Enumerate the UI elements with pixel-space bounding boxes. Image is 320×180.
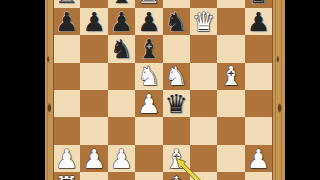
square-d3[interactable] [135,117,162,144]
white-bishop: ♝ [165,146,188,172]
square-a5[interactable] [53,63,80,90]
white-queen: ♛ [192,9,215,35]
square-e1[interactable]: ♚ [163,172,190,180]
square-e6[interactable] [163,35,190,62]
square-g7[interactable] [217,8,244,35]
square-a3[interactable] [53,117,80,144]
square-f2[interactable] [190,145,217,172]
square-b4[interactable] [80,90,107,117]
square-a7[interactable]: ♟ [53,8,80,35]
square-e5[interactable]: ♞ [163,63,190,90]
square-c3[interactable] [108,117,135,144]
square-c7[interactable]: ♟ [108,8,135,35]
chess-app-viewport: ♜♝♜♚♟♟♟♟♞♛♟♞♝♞♞♝♟♛♟♟♟♝♟♜♚ [0,0,320,180]
square-d4[interactable]: ♟ [135,90,162,117]
square-h3[interactable] [245,117,272,144]
square-f7[interactable]: ♛ [190,8,217,35]
black-knight: ♞ [110,36,133,62]
board-frame-left [45,0,54,180]
square-b2[interactable]: ♟ [80,145,107,172]
square-c4[interactable] [108,90,135,117]
square-d1[interactable] [135,172,162,180]
black-pawn: ♟ [137,9,160,35]
square-g1[interactable] [217,172,244,180]
black-queen: ♛ [165,91,188,117]
square-c1[interactable] [108,172,135,180]
square-b5[interactable] [80,63,107,90]
black-pawn: ♟ [110,9,133,35]
square-h2[interactable]: ♟ [245,145,272,172]
square-g6[interactable] [217,35,244,62]
white-pawn: ♟ [55,146,78,172]
white-pawn: ♟ [247,146,270,172]
square-f6[interactable] [190,35,217,62]
white-king: ♚ [165,173,188,180]
white-knight: ♞ [137,63,160,89]
square-a6[interactable] [53,35,80,62]
white-bishop: ♝ [219,63,242,89]
square-e3[interactable] [163,117,190,144]
square-e4[interactable]: ♛ [163,90,190,117]
square-f3[interactable] [190,117,217,144]
white-knight: ♞ [165,63,188,89]
black-bishop: ♝ [137,36,160,62]
black-pawn: ♟ [55,9,78,35]
square-e2[interactable]: ♝ [163,145,190,172]
square-g3[interactable] [217,117,244,144]
square-e7[interactable]: ♞ [163,8,190,35]
square-d2[interactable] [135,145,162,172]
square-h5[interactable] [245,63,272,90]
square-d6[interactable]: ♝ [135,35,162,62]
white-pawn: ♟ [110,146,133,172]
square-c2[interactable]: ♟ [108,145,135,172]
square-h4[interactable] [245,90,272,117]
square-c6[interactable]: ♞ [108,35,135,62]
square-g4[interactable] [217,90,244,117]
square-b6[interactable] [80,35,107,62]
white-rook: ♜ [55,173,78,180]
square-a2[interactable]: ♟ [53,145,80,172]
square-f1[interactable] [190,172,217,180]
square-f4[interactable] [190,90,217,117]
black-pawn: ♟ [247,9,270,35]
square-g5[interactable]: ♝ [217,63,244,90]
board-frame-right [272,0,285,180]
square-b3[interactable] [80,117,107,144]
chess-board: ♜♝♜♚♟♟♟♟♞♛♟♞♝♞♞♝♟♛♟♟♟♝♟♜♚ [53,0,272,180]
square-c5[interactable] [108,63,135,90]
white-pawn: ♟ [82,146,105,172]
square-b1[interactable] [80,172,107,180]
square-b7[interactable]: ♟ [80,8,107,35]
square-g2[interactable] [217,145,244,172]
black-pawn: ♟ [82,9,105,35]
square-h7[interactable]: ♟ [245,8,272,35]
square-d7[interactable]: ♟ [135,8,162,35]
square-a4[interactable] [53,90,80,117]
square-f5[interactable] [190,63,217,90]
black-knight: ♞ [165,9,188,35]
square-a1[interactable]: ♜ [53,172,80,180]
white-pawn: ♟ [137,91,160,117]
square-h1[interactable] [245,172,272,180]
square-g8[interactable] [217,0,244,8]
square-d5[interactable]: ♞ [135,63,162,90]
square-h6[interactable] [245,35,272,62]
